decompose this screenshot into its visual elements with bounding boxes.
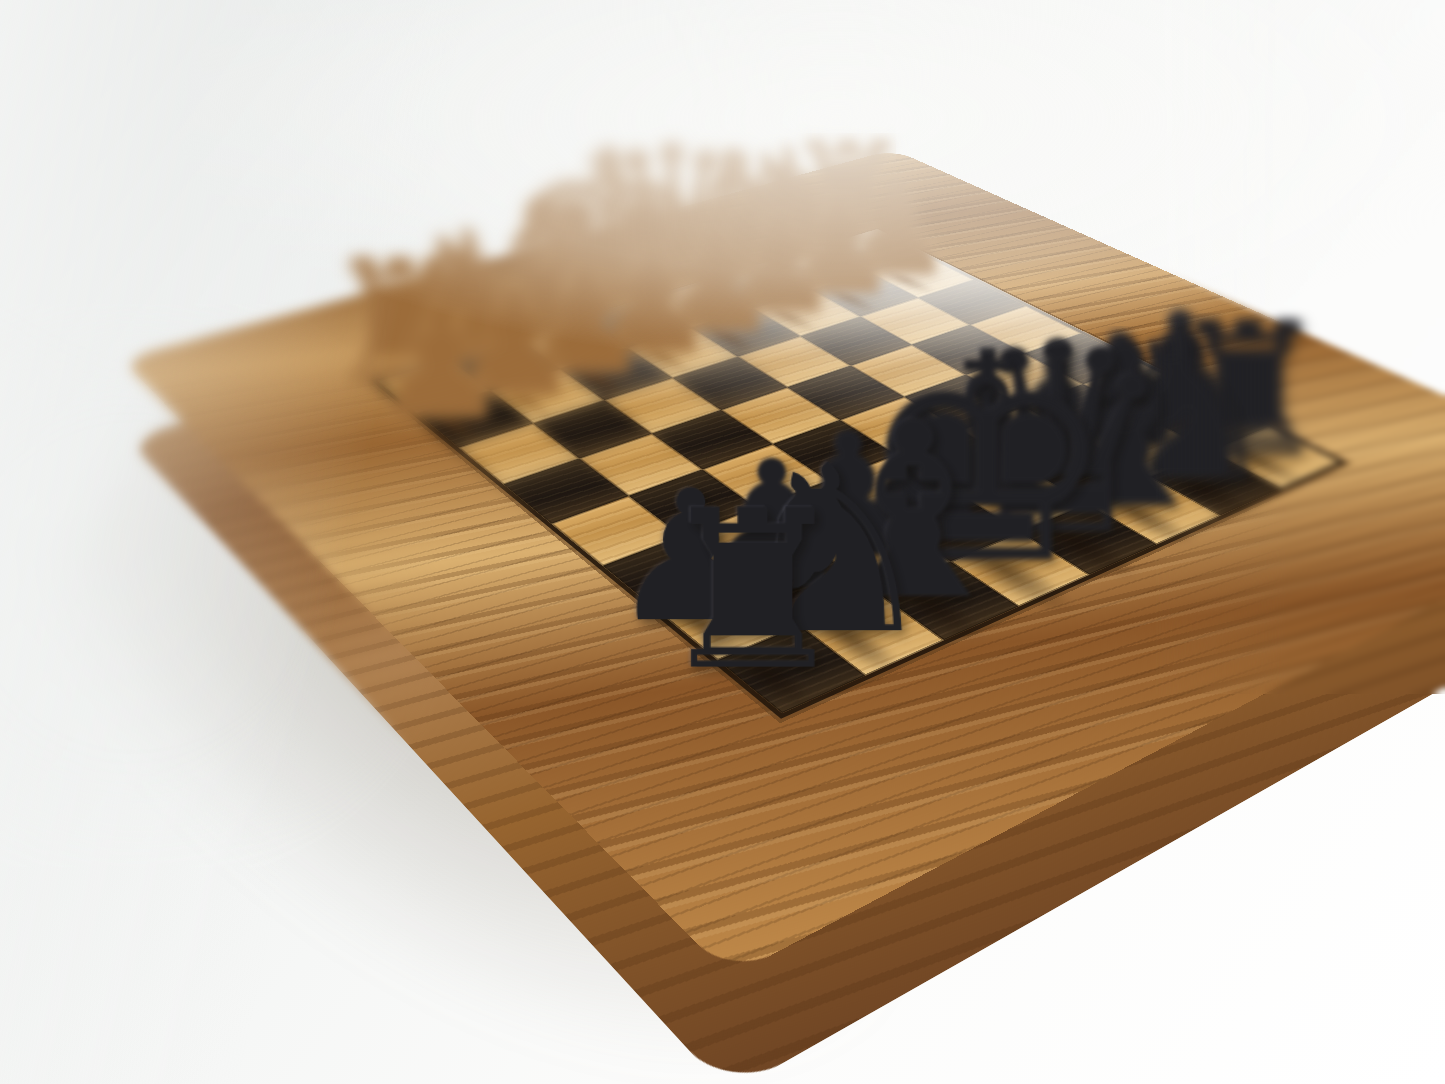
piece-shadow [760,251,847,292]
piece-shadow [444,343,530,394]
piece-shadow [634,280,742,335]
piece-shadow [374,366,453,415]
square-h1: ♜ [378,360,490,414]
square-a1: ♜ [823,232,924,272]
white-knight: ♞ [391,220,554,374]
white-pawn: ♟ [373,301,509,430]
square-f1: ♝ [518,319,627,368]
square-d1: ♛ [647,282,753,327]
piece-shadow [627,338,699,377]
square-a5 [1025,333,1140,384]
square-c3 [800,317,911,366]
square-h8: ♜ [718,626,866,714]
board-grid: ♜♟♟♜♞♟♟♞♝♟♟♝♛♟♟♛♚♟♟♚♝♟♟♝♞♟♟♞♜♟♟♜ [378,232,1340,713]
white-pawn: ♟ [837,173,954,284]
white-queen: ♛ [577,134,766,313]
square-e1: ♚ [584,300,691,347]
piece-shadow [560,358,632,399]
square-c4 [851,345,966,397]
white-rook: ♜ [782,133,915,259]
square-h2: ♟ [417,391,533,448]
square-b2: ♟ [812,272,918,316]
square-c2: ♟ [753,290,861,336]
square-b5 [966,354,1083,407]
piece-shadow [869,263,941,296]
white-pawn: ♟ [654,223,778,341]
piece-shadow [819,237,899,274]
square-d3 [738,336,851,387]
piece-shadow [753,299,825,335]
black-pawn: ♟ [1050,325,1189,457]
square-b3 [860,298,969,345]
white-bishop: ♝ [455,190,627,353]
piece-shadow [569,296,683,357]
square-e2: ♟ [627,328,738,378]
square-a6 [1083,363,1202,417]
square-g3 [533,400,652,458]
piece-shadow [812,281,884,315]
black-rook: ♜ [1166,313,1330,469]
scene-3d: ♜♟♟♜♞♟♟♞♝♟♟♝♛♟♟♛♚♟♟♚♝♟♟♝♞♟♟♞♜♟♟♜ [0,0,1445,1084]
square-b6 [1023,384,1144,440]
square-g1: ♞ [449,339,560,390]
square-g2: ♟ [490,369,605,424]
black-pawn: ♟ [985,348,1128,483]
piece-shadow [691,318,763,355]
square-e3 [673,357,788,410]
white-pawn: ♟ [588,241,715,361]
square-f2: ♟ [560,348,673,400]
square-d2: ♟ [691,308,800,356]
white-bishop: ♝ [652,141,814,294]
white-pawn: ♟ [448,280,581,406]
square-e4 [721,387,840,444]
piece-shadow [417,402,488,446]
white-knight: ♞ [718,137,865,276]
piece-shadow [658,596,751,659]
white-pawn: ♟ [779,189,898,302]
photo-canvas: ♜♟♟♜♞♟♟♞♝♟♟♝♛♟♟♛♚♟♟♚♝♟♟♝♞♟♟♞♜♟♟♜ [0,0,1445,1084]
square-b1: ♞ [767,248,870,290]
square-d4 [787,366,904,420]
piece-shadow [490,380,561,423]
piece-shadow [510,321,604,373]
white-pawn: ♟ [718,206,840,322]
square-a3 [918,280,1026,325]
white-rook: ♜ [323,251,476,396]
piece-shadow [1084,429,1175,476]
square-a2: ♟ [869,255,973,298]
square-h5 [551,496,681,566]
white-pawn: ♟ [520,260,650,383]
piece-shadow [700,266,794,312]
square-c1: ♝ [708,265,812,309]
square-a4 [970,306,1081,354]
black-pawn: ♟ [1112,304,1248,433]
white-king: ♚ [505,138,711,333]
square-b4 [912,325,1025,375]
